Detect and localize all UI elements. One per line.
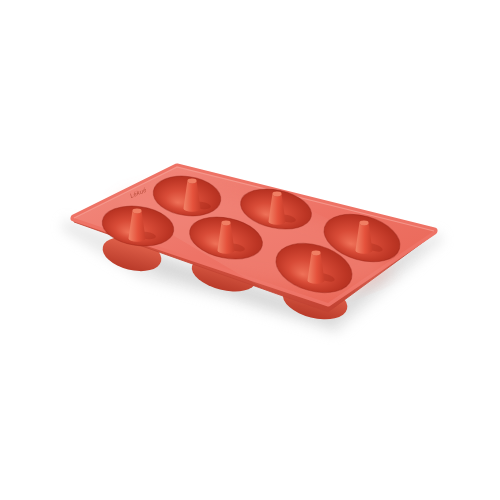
cone-top [272,192,281,197]
product-photo: Lékué [0,0,500,500]
cone-top [221,221,230,226]
cone-top [187,179,196,184]
mold-paint-layer [62,167,444,334]
cone-top [132,209,141,214]
cone-top [311,251,320,256]
mold-render: Lékué [0,0,500,500]
cone-top [359,221,368,226]
